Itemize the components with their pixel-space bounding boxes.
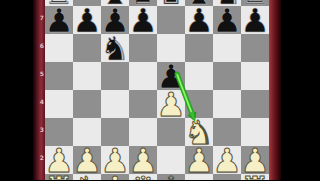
rank-label-3: 3 [34, 116, 44, 144]
square-g1[interactable] [213, 174, 241, 180]
piece-black-knight[interactable]: ♞ [100, 32, 130, 65]
rank-label-7: 7 [34, 4, 44, 32]
square-g2[interactable]: ♟ [213, 146, 241, 174]
rank-label-1: 1 [34, 172, 44, 180]
piece-black-pawn[interactable]: ♟ [212, 4, 242, 37]
square-e1[interactable]: ♚ [157, 174, 185, 180]
square-h7[interactable]: ♟ [241, 6, 269, 34]
right-frame-bar [269, 0, 281, 180]
square-a4[interactable] [45, 90, 73, 118]
piece-white-rook[interactable]: ♜ [240, 172, 270, 181]
square-e7[interactable] [157, 6, 185, 34]
square-b7[interactable]: ♟ [73, 6, 101, 34]
rank-label-4: 4 [34, 88, 44, 116]
square-c6[interactable]: ♞ [101, 34, 129, 62]
square-c4[interactable] [101, 90, 129, 118]
square-b4[interactable] [73, 90, 101, 118]
chess-board[interactable]: ♜♝♛♚♝♞♜♟♟♟♟♟♟♟♞♟♟♞♟♟♟♟♟♟♟♜♞♝♛♚♜ [45, 0, 269, 180]
left-coordinate-bar: 87654321 [33, 0, 45, 180]
piece-black-pawn[interactable]: ♟ [240, 4, 270, 37]
rank-label-5: 5 [34, 60, 44, 88]
square-d4[interactable] [129, 90, 157, 118]
square-a1[interactable]: ♜ [45, 174, 73, 180]
square-h1[interactable]: ♜ [241, 174, 269, 180]
rank-label-2: 2 [34, 144, 44, 172]
square-d5[interactable] [129, 62, 157, 90]
square-f7[interactable]: ♟ [185, 6, 213, 34]
piece-white-king[interactable]: ♚ [156, 172, 186, 181]
square-h4[interactable] [241, 90, 269, 118]
square-h5[interactable] [241, 62, 269, 90]
square-d1[interactable]: ♛ [129, 174, 157, 180]
square-f6[interactable] [185, 34, 213, 62]
piece-black-pawn[interactable]: ♟ [184, 4, 214, 37]
piece-white-bishop[interactable]: ♝ [100, 172, 130, 181]
piece-black-pawn[interactable]: ♟ [128, 4, 158, 37]
square-c1[interactable]: ♝ [101, 174, 129, 180]
piece-white-queen[interactable]: ♛ [128, 172, 158, 181]
square-g7[interactable]: ♟ [213, 6, 241, 34]
square-g6[interactable] [213, 34, 241, 62]
square-e3[interactable] [157, 118, 185, 146]
square-b5[interactable] [73, 62, 101, 90]
piece-white-pawn[interactable]: ♟ [212, 144, 242, 177]
square-a6[interactable] [45, 34, 73, 62]
square-h6[interactable] [241, 34, 269, 62]
chess-app-window: 87654321 ♜♝♛♚♝♞♜♟♟♟♟♟♟♟♞♟♟♞♟♟♟♟♟♟♟♜♞♝♛♚♜ [0, 0, 320, 180]
square-b1[interactable]: ♞ [73, 174, 101, 180]
square-e4[interactable]: ♟ [157, 90, 185, 118]
rank-label-6: 6 [34, 32, 44, 60]
square-c5[interactable] [101, 62, 129, 90]
square-a7[interactable]: ♟ [45, 6, 73, 34]
square-g5[interactable] [213, 62, 241, 90]
square-d6[interactable] [129, 34, 157, 62]
square-f1[interactable] [185, 174, 213, 180]
square-f2[interactable]: ♟ [185, 146, 213, 174]
piece-white-pawn[interactable]: ♟ [184, 144, 214, 177]
piece-black-pawn[interactable]: ♟ [44, 4, 74, 37]
piece-white-pawn[interactable]: ♟ [156, 88, 186, 121]
square-d7[interactable]: ♟ [129, 6, 157, 34]
square-g4[interactable] [213, 90, 241, 118]
square-f5[interactable] [185, 62, 213, 90]
square-a5[interactable] [45, 62, 73, 90]
square-b6[interactable] [73, 34, 101, 62]
piece-white-rook[interactable]: ♜ [44, 172, 74, 181]
piece-black-pawn[interactable]: ♟ [72, 4, 102, 37]
piece-white-knight[interactable]: ♞ [72, 172, 102, 181]
